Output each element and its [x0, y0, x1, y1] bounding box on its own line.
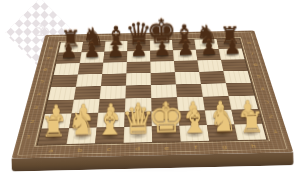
piece-white-bishop[interactable]: ♝ — [179, 105, 209, 139]
coordinate-label: 7 — [245, 48, 259, 59]
coordinate-label: e — [152, 144, 181, 153]
square-g6[interactable] — [197, 60, 223, 72]
coordinate-label: 8 — [44, 43, 57, 53]
piece-white-knight[interactable]: ♞ — [208, 105, 237, 137]
coordinate-label: h — [238, 142, 269, 151]
square-h6[interactable] — [221, 59, 248, 71]
square-a4[interactable] — [48, 87, 76, 101]
coordinate-label: a — [36, 147, 66, 156]
coordinate-label: 8 — [242, 38, 256, 48]
piece-white-rook[interactable]: ♜ — [40, 112, 66, 141]
square-e6[interactable] — [150, 61, 175, 73]
coordinate-label: 6 — [248, 59, 263, 71]
square-f5[interactable] — [175, 72, 201, 85]
piece-black-pawn[interactable]: ♟ — [223, 38, 241, 58]
piece-white-knight[interactable]: ♞ — [66, 108, 95, 140]
piece-white-bishop[interactable]: ♝ — [94, 107, 124, 141]
square-d7[interactable]: ♟ — [127, 51, 151, 62]
piece-black-pawn[interactable]: ♟ — [59, 41, 77, 61]
square-e5[interactable] — [151, 72, 176, 85]
square-e1[interactable]: ♚ — [152, 126, 181, 142]
square-b4[interactable] — [74, 86, 101, 100]
square-d5[interactable] — [126, 73, 151, 86]
coordinate-label: 5 — [35, 75, 50, 87]
square-a5[interactable] — [51, 75, 78, 88]
square-h4[interactable] — [226, 83, 254, 96]
square-a6[interactable] — [54, 63, 80, 75]
square-c5[interactable] — [101, 73, 126, 86]
board-squares: ♜♞♝♛♚♝♞♜♟♟♟♟♟♟♟♟♟♟♟♟♟♟♟♟♜♞♝♛♚♝♞♜ — [38, 38, 266, 144]
coordinate-label: 5 — [251, 70, 266, 82]
board-front-edge — [12, 152, 294, 171]
coordinate-label: 1 — [266, 123, 284, 139]
coordinate-label: 2 — [262, 109, 279, 124]
square-f6[interactable] — [174, 60, 199, 72]
coordinate-label: 7 — [41, 53, 55, 64]
square-b6[interactable] — [78, 63, 103, 75]
chessboard-product-photo: ♔ abcdefgh abcdefgh 87654321 87654321 ♜♞… — [0, 0, 300, 178]
square-b1[interactable]: ♞ — [67, 128, 97, 144]
square-a1[interactable]: ♜ — [38, 128, 69, 144]
coordinate-label: d — [123, 145, 152, 154]
square-g1[interactable]: ♞ — [207, 124, 238, 140]
square-h7[interactable]: ♟ — [219, 49, 245, 60]
square-c1[interactable]: ♝ — [95, 127, 124, 143]
coordinate-label: 4 — [255, 82, 271, 95]
coordinate-label: 2 — [24, 114, 41, 129]
square-g5[interactable] — [199, 71, 226, 84]
square-a7[interactable]: ♟ — [56, 52, 81, 63]
coordinate-label: 4 — [32, 87, 47, 100]
coordinate-label: c — [94, 145, 123, 154]
piece-black-pawn[interactable]: ♟ — [200, 38, 218, 58]
coordinate-label: g — [210, 143, 240, 152]
square-b5[interactable] — [76, 74, 102, 87]
coordinate-label: f — [181, 143, 211, 152]
square-c6[interactable] — [102, 62, 127, 74]
piece-black-pawn[interactable]: ♟ — [153, 39, 171, 59]
piece-black-pawn[interactable]: ♟ — [83, 41, 101, 61]
square-e7[interactable]: ♟ — [150, 50, 174, 61]
coordinate-label: b — [65, 146, 95, 155]
board-tilt-wrapper: abcdefgh abcdefgh 87654321 87654321 ♜♞♝♛… — [0, 0, 300, 178]
square-f7[interactable]: ♟ — [173, 50, 197, 61]
piece-black-pawn[interactable]: ♟ — [106, 40, 124, 60]
square-g4[interactable] — [201, 83, 229, 96]
square-f1[interactable]: ♝ — [179, 125, 209, 141]
square-h5[interactable] — [223, 71, 251, 84]
square-c4[interactable] — [100, 86, 126, 99]
piece-white-rook[interactable]: ♜ — [238, 108, 264, 137]
chess-board: abcdefgh abcdefgh 87654321 87654321 ♜♞♝♛… — [12, 30, 294, 158]
square-d6[interactable] — [126, 61, 150, 73]
square-c7[interactable]: ♟ — [103, 51, 127, 62]
coordinate-label: 1 — [20, 129, 37, 145]
square-b7[interactable]: ♟ — [80, 52, 105, 63]
coordinate-label: 6 — [38, 64, 52, 76]
square-h1[interactable]: ♜ — [234, 124, 266, 140]
piece-black-pawn[interactable]: ♟ — [176, 39, 194, 59]
piece-black-pawn[interactable]: ♟ — [129, 40, 147, 60]
square-g7[interactable]: ♟ — [196, 49, 221, 60]
